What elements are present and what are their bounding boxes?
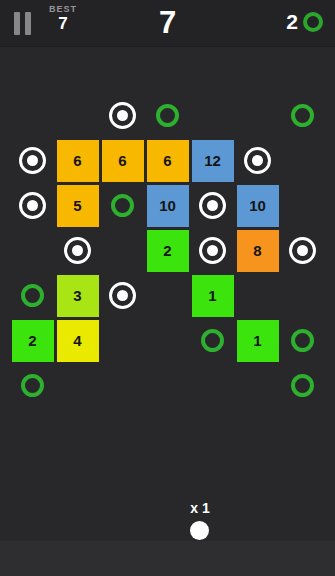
- ball-pickup-icon: [289, 237, 316, 264]
- brick-6: 6: [102, 140, 144, 182]
- ring-pickup: [280, 363, 325, 408]
- ring-pickup-icon: [201, 329, 224, 352]
- best-value: 7: [44, 15, 82, 33]
- ring-pickup-icon: [291, 329, 314, 352]
- ring-icon: [303, 12, 323, 32]
- top-bar: BEST 7 7 2: [0, 0, 335, 47]
- empty-cell: 4: [55, 318, 100, 363]
- brick-5: 5: [57, 185, 99, 227]
- rings-counter: 2: [286, 8, 323, 36]
- empty-cell: [280, 183, 325, 228]
- empty-cell: 10: [145, 183, 190, 228]
- ball-pickup-dot: [27, 155, 38, 166]
- floor: [0, 541, 335, 576]
- ring-pickup: [10, 363, 55, 408]
- ring-pickup-icon: [156, 104, 179, 127]
- empty-cell: [55, 363, 100, 408]
- ball-pickup: [190, 228, 235, 273]
- brick-6: 6: [57, 140, 99, 182]
- empty-cell: [145, 318, 190, 363]
- ball-pickup: [10, 183, 55, 228]
- brick-10: 10: [147, 185, 189, 227]
- empty-cell: 5: [55, 183, 100, 228]
- empty-cell: [235, 273, 280, 318]
- empty-cell: [55, 93, 100, 138]
- ball-pickup-dot: [252, 155, 263, 166]
- pause-icon: [14, 12, 20, 35]
- empty-cell: 2: [145, 228, 190, 273]
- best-score: BEST 7: [44, 4, 82, 33]
- empty-cell: [280, 138, 325, 183]
- ball-pickup-dot: [117, 290, 128, 301]
- ring-pickup-icon: [291, 104, 314, 127]
- empty-cell: [235, 363, 280, 408]
- ring-pickup-icon: [111, 194, 134, 217]
- empty-cell: [280, 273, 325, 318]
- ring-pickup-icon: [291, 374, 314, 397]
- ball-pickup-dot: [72, 245, 83, 256]
- ball-pickup: [100, 93, 145, 138]
- ball-pickup-dot: [297, 245, 308, 256]
- game-screen: BEST 7 7 2 66612510102831241 x 1: [0, 0, 335, 576]
- empty-cell: [145, 363, 190, 408]
- ring-pickup: [145, 93, 190, 138]
- ball-pickup-icon: [109, 282, 136, 309]
- ball-pickup: [280, 228, 325, 273]
- empty-cell: [100, 363, 145, 408]
- brick-3: 3: [57, 275, 99, 317]
- empty-cell: [190, 363, 235, 408]
- empty-cell: 2: [10, 318, 55, 363]
- brick-1: 1: [192, 275, 234, 317]
- ball-pickup-icon: [19, 147, 46, 174]
- empty-cell: 3: [55, 273, 100, 318]
- pause-button[interactable]: [14, 11, 36, 35]
- empty-cell: [100, 318, 145, 363]
- ball-pickup: [55, 228, 100, 273]
- empty-cell: [100, 228, 145, 273]
- ring-pickup: [10, 273, 55, 318]
- empty-cell: 1: [235, 318, 280, 363]
- ball-count-label: x 1: [178, 500, 222, 516]
- empty-cell: [10, 93, 55, 138]
- brick-4: 4: [57, 320, 99, 362]
- empty-cell: 6: [55, 138, 100, 183]
- empty-cell: [235, 93, 280, 138]
- brick-6: 6: [147, 140, 189, 182]
- empty-cell: 6: [100, 138, 145, 183]
- rings-count: 2: [286, 10, 298, 34]
- ring-pickup: [190, 318, 235, 363]
- ring-pickup: [280, 318, 325, 363]
- ball-pickup: [10, 138, 55, 183]
- ball-pickup-icon: [19, 192, 46, 219]
- brick-1: 1: [237, 320, 279, 362]
- ring-pickup-icon: [21, 374, 44, 397]
- brick-2: 2: [147, 230, 189, 272]
- empty-cell: [10, 228, 55, 273]
- ball-pickup-icon: [109, 102, 136, 129]
- brick-10: 10: [237, 185, 279, 227]
- ball-pickup-icon: [199, 237, 226, 264]
- ball-pickup: [190, 183, 235, 228]
- game-board[interactable]: 66612510102831241: [10, 93, 325, 408]
- ball-pickup: [100, 273, 145, 318]
- empty-cell: 8: [235, 228, 280, 273]
- ball-pickup-dot: [207, 200, 218, 211]
- ring-pickup: [280, 93, 325, 138]
- pause-icon: [25, 12, 31, 35]
- empty-cell: 10: [235, 183, 280, 228]
- brick-8: 8: [237, 230, 279, 272]
- ball-pickup: [235, 138, 280, 183]
- empty-cell: [190, 93, 235, 138]
- ball: [190, 521, 209, 540]
- empty-cell: [145, 273, 190, 318]
- empty-cell: 12: [190, 138, 235, 183]
- ball-pickup-dot: [207, 245, 218, 256]
- ball-pickup-dot: [117, 110, 128, 121]
- empty-cell: 6: [145, 138, 190, 183]
- brick-12: 12: [192, 140, 234, 182]
- ball-pickup-icon: [64, 237, 91, 264]
- ball-pickup-icon: [244, 147, 271, 174]
- ball-pickup-dot: [27, 200, 38, 211]
- empty-cell: 1: [190, 273, 235, 318]
- ring-pickup-icon: [21, 284, 44, 307]
- brick-2: 2: [12, 320, 54, 362]
- ring-pickup: [100, 183, 145, 228]
- ball-pickup-icon: [199, 192, 226, 219]
